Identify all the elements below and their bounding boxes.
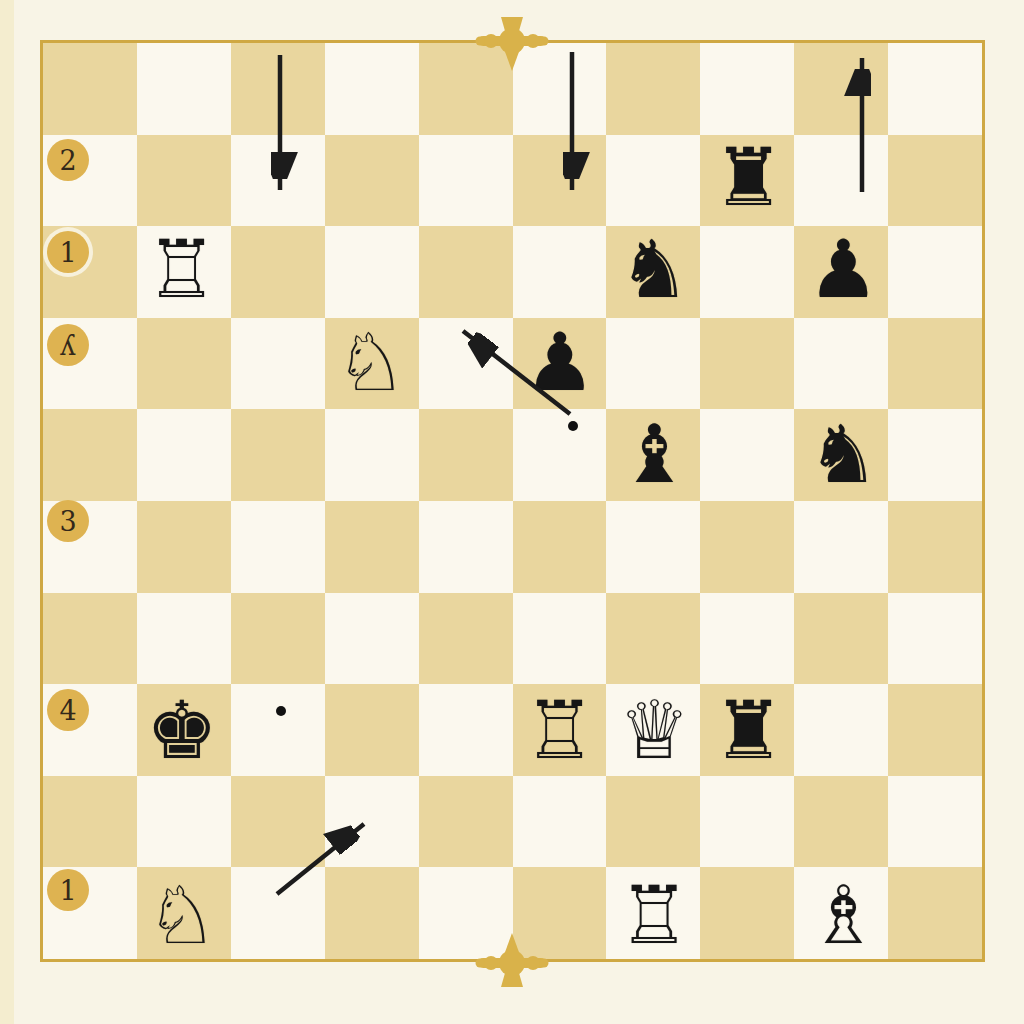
square-c1-r5[interactable] [137,501,231,593]
square-c6-r0[interactable] [606,43,700,135]
square-c4-r8[interactable] [419,776,513,868]
square-c4-r9[interactable] [419,867,513,959]
square-c5-r1[interactable] [513,135,607,227]
square-c9-r4[interactable] [888,409,982,501]
square-c8-r1[interactable] [794,135,888,227]
square-c2-r0[interactable] [231,43,325,135]
white-knight[interactable]: ♘ [135,870,230,962]
square-c7-r8[interactable] [700,776,794,868]
square-c0-r8[interactable] [43,776,137,868]
square-c7-r4[interactable] [700,409,794,501]
square-c1-r8[interactable] [137,776,231,868]
square-c6-r1[interactable] [606,135,700,227]
square-c4-r2[interactable] [419,226,513,318]
square-c3-r1[interactable] [325,135,419,227]
rank-label-3: 3 [47,500,89,542]
square-c0-r4[interactable] [43,409,137,501]
black-bishop[interactable]: ♝ [607,409,702,501]
white-bishop[interactable]: ♗ [796,870,891,962]
square-c9-r2[interactable] [888,226,982,318]
square-c2-r5[interactable] [231,501,325,593]
square-c6-r6[interactable] [606,593,700,685]
square-c3-r8[interactable] [325,776,419,868]
square-c2-r4[interactable] [231,409,325,501]
square-c2-r7[interactable] [231,684,325,776]
black-pawn[interactable]: ♟ [513,317,608,409]
square-c1-r1[interactable] [137,135,231,227]
square-c5-r5[interactable] [513,501,607,593]
square-c4-r1[interactable] [419,135,513,227]
square-c3-r5[interactable] [325,501,419,593]
square-c3-r6[interactable] [325,593,419,685]
black-pawn[interactable]: ♟ [796,224,891,316]
rank-label-2: 2 [47,139,89,181]
rank-label-ʎ: ʎ [47,324,89,366]
square-c0-r0[interactable] [43,43,137,135]
square-c9-r1[interactable] [888,135,982,227]
square-c5-r9[interactable] [513,867,607,959]
square-c7-r2[interactable] [700,226,794,318]
square-c2-r2[interactable] [231,226,325,318]
square-c7-r9[interactable] [700,867,794,959]
square-c4-r0[interactable] [419,43,513,135]
square-c2-r3[interactable] [231,318,325,410]
square-c4-r5[interactable] [419,501,513,593]
white-queen[interactable]: ♕ [607,685,702,777]
square-c5-r8[interactable] [513,776,607,868]
rank-label-1: 1 [47,231,89,273]
square-c9-r0[interactable] [888,43,982,135]
square-c3-r0[interactable] [325,43,419,135]
square-c7-r0[interactable] [700,43,794,135]
black-king[interactable]: ♚ [135,685,230,777]
square-c3-r4[interactable] [325,409,419,501]
square-c9-r8[interactable] [888,776,982,868]
square-c3-r2[interactable] [325,226,419,318]
square-c4-r7[interactable] [419,684,513,776]
square-c1-r4[interactable] [137,409,231,501]
square-c8-r6[interactable] [794,593,888,685]
white-rook[interactable]: ♖ [607,870,702,962]
square-c0-r6[interactable] [43,593,137,685]
square-c1-r3[interactable] [137,318,231,410]
square-c3-r7[interactable] [325,684,419,776]
square-c5-r4[interactable] [513,409,607,501]
rank-label-4: 4 [47,689,89,731]
square-c6-r8[interactable] [606,776,700,868]
black-rook[interactable]: ♜ [702,685,797,777]
square-c3-r9[interactable] [325,867,419,959]
rank-label-1: 1 [47,869,89,911]
chess-board [40,40,985,962]
square-c4-r6[interactable] [419,593,513,685]
square-c9-r5[interactable] [888,501,982,593]
square-c8-r5[interactable] [794,501,888,593]
square-c7-r5[interactable] [700,501,794,593]
square-c9-r7[interactable] [888,684,982,776]
square-c5-r2[interactable] [513,226,607,318]
square-c4-r4[interactable] [419,409,513,501]
square-c9-r6[interactable] [888,593,982,685]
black-knight[interactable]: ♞ [607,224,702,316]
black-rook[interactable]: ♜ [702,132,797,224]
square-c8-r3[interactable] [794,318,888,410]
square-c8-r8[interactable] [794,776,888,868]
square-c7-r3[interactable] [700,318,794,410]
square-c5-r6[interactable] [513,593,607,685]
square-c2-r6[interactable] [231,593,325,685]
white-rook[interactable]: ♖ [513,685,608,777]
white-rook[interactable]: ♖ [135,224,230,316]
square-c4-r3[interactable] [419,318,513,410]
square-c6-r3[interactable] [606,318,700,410]
black-knight[interactable]: ♞ [796,409,891,501]
square-c1-r0[interactable] [137,43,231,135]
white-knight[interactable]: ♘ [324,317,419,409]
square-c7-r6[interactable] [700,593,794,685]
square-c6-r5[interactable] [606,501,700,593]
square-c1-r6[interactable] [137,593,231,685]
page-margin-strip [0,0,14,1024]
square-c2-r8[interactable] [231,776,325,868]
square-c2-r9[interactable] [231,867,325,959]
square-c5-r0[interactable] [513,43,607,135]
square-c2-r1[interactable] [231,135,325,227]
square-c8-r7[interactable] [794,684,888,776]
square-c8-r0[interactable] [794,43,888,135]
square-c9-r3[interactable] [888,318,982,410]
square-c9-r9[interactable] [888,867,982,959]
